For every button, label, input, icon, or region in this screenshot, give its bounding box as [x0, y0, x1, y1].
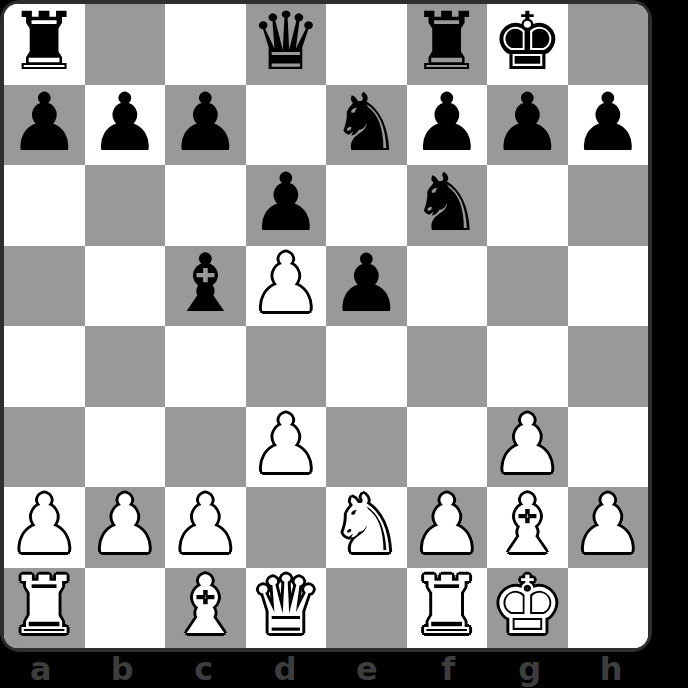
file-label-f: f	[408, 650, 490, 688]
square-f3[interactable]	[407, 407, 488, 488]
square-h2[interactable]: ♟	[568, 487, 649, 568]
square-e5[interactable]: ♟	[326, 246, 407, 327]
square-a3[interactable]	[4, 407, 85, 488]
square-f2[interactable]: ♟	[407, 487, 488, 568]
file-label-h: h	[571, 650, 653, 688]
square-a7[interactable]: ♟	[4, 85, 85, 166]
square-g5[interactable]	[487, 246, 568, 327]
square-g8[interactable]: ♚	[487, 4, 568, 85]
piece-white-pawn[interactable]: ♟	[250, 405, 322, 485]
square-e3[interactable]	[326, 407, 407, 488]
square-a4[interactable]	[4, 326, 85, 407]
square-b1[interactable]	[85, 568, 166, 649]
square-b2[interactable]: ♟	[85, 487, 166, 568]
piece-white-bishop[interactable]: ♝	[169, 566, 241, 646]
square-d3[interactable]: ♟	[246, 407, 327, 488]
piece-white-bishop[interactable]: ♝	[491, 485, 563, 565]
square-e1[interactable]	[326, 568, 407, 649]
piece-white-king[interactable]: ♚	[491, 566, 563, 646]
file-label-e: e	[326, 650, 408, 688]
square-h5[interactable]	[568, 246, 649, 327]
piece-black-pawn[interactable]: ♟	[411, 83, 483, 163]
piece-black-rook[interactable]: ♜	[411, 4, 483, 82]
square-c5[interactable]: ♝	[165, 246, 246, 327]
file-label-b: b	[82, 650, 164, 688]
square-b4[interactable]	[85, 326, 166, 407]
square-a6[interactable]	[4, 165, 85, 246]
square-c3[interactable]	[165, 407, 246, 488]
square-c1[interactable]: ♝	[165, 568, 246, 649]
square-h6[interactable]	[568, 165, 649, 246]
square-f7[interactable]: ♟	[407, 85, 488, 166]
chess-board: ♜♛♜♚♟♟♟♞♟♟♟♟♞♝♟♟♟♟♟♟♟♞♟♝♟♜♝♛♜♚	[4, 4, 648, 648]
piece-black-bishop[interactable]: ♝	[169, 244, 241, 324]
piece-white-pawn[interactable]: ♟	[8, 485, 80, 565]
square-h4[interactable]	[568, 326, 649, 407]
square-f5[interactable]	[407, 246, 488, 327]
square-e2[interactable]: ♞	[326, 487, 407, 568]
piece-black-pawn[interactable]: ♟	[8, 83, 80, 163]
piece-white-pawn[interactable]: ♟	[250, 244, 322, 324]
piece-black-knight[interactable]: ♞	[330, 83, 402, 163]
square-d5[interactable]: ♟	[246, 246, 327, 327]
square-f1[interactable]: ♜	[407, 568, 488, 649]
chess-board-screenshot: ♜♛♜♚♟♟♟♞♟♟♟♟♞♝♟♟♟♟♟♟♟♞♟♝♟♜♝♛♜♚ abcdefgh	[0, 0, 688, 688]
square-b8[interactable]	[85, 4, 166, 85]
square-d4[interactable]	[246, 326, 327, 407]
square-h7[interactable]: ♟	[568, 85, 649, 166]
square-g6[interactable]	[487, 165, 568, 246]
square-f6[interactable]: ♞	[407, 165, 488, 246]
piece-white-queen[interactable]: ♛	[250, 566, 322, 646]
square-e4[interactable]	[326, 326, 407, 407]
square-g4[interactable]	[487, 326, 568, 407]
square-f4[interactable]	[407, 326, 488, 407]
piece-black-king[interactable]: ♚	[491, 4, 563, 82]
square-b5[interactable]	[85, 246, 166, 327]
square-h8[interactable]	[568, 4, 649, 85]
square-d2[interactable]	[246, 487, 327, 568]
square-h3[interactable]	[568, 407, 649, 488]
piece-black-queen[interactable]: ♛	[250, 4, 322, 82]
square-g1[interactable]: ♚	[487, 568, 568, 649]
square-h1[interactable]	[568, 568, 649, 649]
file-label-a: a	[0, 650, 82, 688]
piece-white-rook[interactable]: ♜	[8, 566, 80, 646]
square-c4[interactable]	[165, 326, 246, 407]
file-labels: abcdefgh	[0, 650, 652, 688]
square-c6[interactable]	[165, 165, 246, 246]
piece-black-rook[interactable]: ♜	[8, 4, 80, 82]
square-a8[interactable]: ♜	[4, 4, 85, 85]
square-c8[interactable]	[165, 4, 246, 85]
piece-black-knight[interactable]: ♞	[411, 163, 483, 243]
square-d1[interactable]: ♛	[246, 568, 327, 649]
square-d8[interactable]: ♛	[246, 4, 327, 85]
square-a2[interactable]: ♟	[4, 487, 85, 568]
square-c7[interactable]: ♟	[165, 85, 246, 166]
piece-black-pawn[interactable]: ♟	[89, 83, 161, 163]
piece-black-pawn[interactable]: ♟	[330, 244, 402, 324]
square-b6[interactable]	[85, 165, 166, 246]
piece-white-pawn[interactable]: ♟	[89, 485, 161, 565]
square-a5[interactable]	[4, 246, 85, 327]
board-frame: ♜♛♜♚♟♟♟♞♟♟♟♟♞♝♟♟♟♟♟♟♟♞♟♝♟♜♝♛♜♚	[0, 0, 652, 652]
square-d6[interactable]: ♟	[246, 165, 327, 246]
piece-white-pawn[interactable]: ♟	[411, 485, 483, 565]
square-e6[interactable]	[326, 165, 407, 246]
piece-black-pawn[interactable]: ♟	[491, 83, 563, 163]
file-label-c: c	[163, 650, 245, 688]
square-d7[interactable]	[246, 85, 327, 166]
square-a1[interactable]: ♜	[4, 568, 85, 649]
square-g7[interactable]: ♟	[487, 85, 568, 166]
square-f8[interactable]: ♜	[407, 4, 488, 85]
square-e7[interactable]: ♞	[326, 85, 407, 166]
square-g2[interactable]: ♝	[487, 487, 568, 568]
piece-white-pawn[interactable]: ♟	[572, 485, 644, 565]
piece-white-rook[interactable]: ♜	[411, 566, 483, 646]
piece-white-pawn[interactable]: ♟	[169, 485, 241, 565]
square-e8[interactable]	[326, 4, 407, 85]
square-c2[interactable]: ♟	[165, 487, 246, 568]
piece-white-pawn[interactable]: ♟	[491, 405, 563, 485]
piece-black-pawn[interactable]: ♟	[572, 83, 644, 163]
piece-black-pawn[interactable]: ♟	[250, 163, 322, 243]
square-b3[interactable]	[85, 407, 166, 488]
square-g3[interactable]: ♟	[487, 407, 568, 488]
file-label-d: d	[245, 650, 327, 688]
square-b7[interactable]: ♟	[85, 85, 166, 166]
piece-black-pawn[interactable]: ♟	[169, 83, 241, 163]
piece-white-knight[interactable]: ♞	[330, 485, 402, 565]
file-label-g: g	[489, 650, 571, 688]
